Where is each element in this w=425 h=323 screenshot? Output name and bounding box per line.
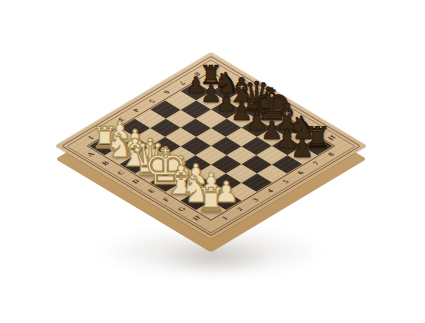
piece-shadow-b1: [111, 153, 129, 159]
piece-shadow-f1: [170, 189, 192, 196]
piece-shadow-b7: [204, 99, 217, 103]
piece-shadow-a8: [204, 81, 218, 85]
piece-shadow-a1: [96, 144, 113, 149]
piece-shadow-c8: [232, 98, 251, 104]
piece-shadow-e1: [152, 179, 180, 188]
piece-shadow-g2: [203, 190, 218, 195]
piece-shadow-d1: [138, 171, 163, 179]
piece-shadow-a2: [113, 135, 127, 139]
piece-shadow-f8: [277, 126, 297, 132]
piece-shadow-f7: [265, 135, 279, 139]
piece-shadow-d2: [158, 163, 173, 168]
piece-shadow-b2: [128, 144, 142, 148]
piece-shadow-f2: [188, 181, 203, 186]
piece-shadow-h8: [309, 144, 326, 149]
piece-shadow-h7: [295, 154, 309, 158]
pieces-layer: ♜♞♟♝♟♛♟♚♟♝♟♞♟♟♜♟♟♜♟♟♞♟♝♟♛♟♚♟♝♟♞♜: [0, 0, 425, 323]
piece-shadow-e7: [250, 126, 264, 130]
piece-shadow-g8: [293, 135, 311, 140]
piece-shadow-e2: [173, 172, 188, 177]
piece-shadow-e8: [260, 116, 284, 123]
photo-stage: AA11BB22CC33DD44EE55FF66GG77HH88 ♜♞♟♝♟♛♟…: [0, 0, 425, 323]
piece-shadow-b8: [218, 90, 234, 95]
piece-shadow-c1: [125, 162, 146, 168]
piece-shadow-g1: [186, 199, 206, 205]
piece-shadow-a7: [189, 90, 202, 94]
piece-shadow-g7: [280, 144, 294, 148]
piece-shadow-c2: [143, 154, 157, 158]
piece-shadow-h2: [218, 199, 234, 204]
piece-shadow-c7: [220, 108, 233, 112]
piece-shadow-d8: [245, 107, 268, 114]
piece-shadow-h1: [202, 208, 221, 214]
piece-shadow-d7: [235, 117, 249, 121]
